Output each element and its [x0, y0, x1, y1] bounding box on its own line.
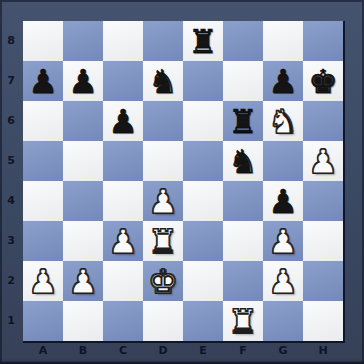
square-g5[interactable] [263, 141, 303, 181]
square-c5[interactable] [103, 141, 143, 181]
square-e4[interactable] [183, 181, 223, 221]
square-g4[interactable]: ♟ [263, 181, 303, 221]
square-f5[interactable]: ♞ [223, 141, 263, 181]
square-c8[interactable] [103, 21, 143, 61]
piece-black-knight[interactable]: ♞ [223, 141, 263, 181]
file-label-g: G [263, 343, 303, 361]
square-a8[interactable] [23, 21, 63, 61]
file-label-h: H [303, 343, 343, 361]
square-b7[interactable]: ♟ [63, 61, 103, 101]
square-e2[interactable] [183, 261, 223, 301]
piece-black-rook[interactable]: ♜ [223, 101, 263, 141]
square-a7[interactable]: ♟ [23, 61, 63, 101]
square-g3[interactable]: ♟ [263, 221, 303, 261]
square-f1[interactable]: ♜ [223, 301, 263, 341]
rank-labels: 87654321 [0, 21, 22, 341]
piece-white-pawn[interactable]: ♟ [103, 221, 143, 261]
square-g1[interactable] [263, 301, 303, 341]
square-b5[interactable] [63, 141, 103, 181]
rank-label-1: 1 [0, 301, 22, 341]
square-g6[interactable]: ♞ [263, 101, 303, 141]
piece-black-pawn[interactable]: ♟ [23, 61, 63, 101]
rank-label-3: 3 [0, 221, 22, 261]
rank-label-2: 2 [0, 261, 22, 301]
square-e5[interactable] [183, 141, 223, 181]
square-d5[interactable] [143, 141, 183, 181]
piece-white-pawn[interactable]: ♟ [63, 261, 103, 301]
square-c2[interactable] [103, 261, 143, 301]
piece-black-pawn[interactable]: ♟ [63, 61, 103, 101]
piece-black-pawn[interactable]: ♟ [263, 61, 303, 101]
file-label-c: C [103, 343, 143, 361]
piece-white-pawn[interactable]: ♟ [263, 221, 303, 261]
square-c4[interactable] [103, 181, 143, 221]
square-b2[interactable]: ♟ [63, 261, 103, 301]
square-e8[interactable]: ♜ [183, 21, 223, 61]
piece-black-pawn[interactable]: ♟ [103, 101, 143, 141]
square-c7[interactable] [103, 61, 143, 101]
square-g7[interactable]: ♟ [263, 61, 303, 101]
square-a4[interactable] [23, 181, 63, 221]
square-d7[interactable]: ♞ [143, 61, 183, 101]
square-d8[interactable] [143, 21, 183, 61]
chess-diagram-frame: 87654321 ♜♟♟♞♟♚♟♜♞♞♟♟♟♟♜♟♟♟♚♟♜ ABCDEFGH [0, 0, 364, 364]
piece-white-pawn[interactable]: ♟ [23, 261, 63, 301]
square-h6[interactable] [303, 101, 343, 141]
square-e3[interactable] [183, 221, 223, 261]
piece-black-king[interactable]: ♚ [303, 61, 343, 101]
square-a2[interactable]: ♟ [23, 261, 63, 301]
piece-white-pawn[interactable]: ♟ [263, 261, 303, 301]
square-d2[interactable]: ♚ [143, 261, 183, 301]
square-h5[interactable]: ♟ [303, 141, 343, 181]
chess-board: ♜♟♟♞♟♚♟♜♞♞♟♟♟♟♜♟♟♟♚♟♜ [23, 21, 345, 343]
square-f7[interactable] [223, 61, 263, 101]
square-h7[interactable]: ♚ [303, 61, 343, 101]
file-label-a: A [23, 343, 63, 361]
square-d6[interactable] [143, 101, 183, 141]
square-b3[interactable] [63, 221, 103, 261]
square-d1[interactable] [143, 301, 183, 341]
square-a3[interactable] [23, 221, 63, 261]
square-h4[interactable] [303, 181, 343, 221]
rank-label-8: 8 [0, 21, 22, 61]
square-f3[interactable] [223, 221, 263, 261]
file-label-b: B [63, 343, 103, 361]
square-g8[interactable] [263, 21, 303, 61]
rank-label-5: 5 [0, 141, 22, 181]
square-b8[interactable] [63, 21, 103, 61]
file-label-f: F [223, 343, 263, 361]
square-h2[interactable] [303, 261, 343, 301]
square-f2[interactable] [223, 261, 263, 301]
square-e6[interactable] [183, 101, 223, 141]
square-b1[interactable] [63, 301, 103, 341]
piece-black-rook[interactable]: ♜ [183, 21, 223, 61]
square-h1[interactable] [303, 301, 343, 341]
piece-white-knight[interactable]: ♞ [263, 101, 303, 141]
square-g2[interactable]: ♟ [263, 261, 303, 301]
square-f4[interactable] [223, 181, 263, 221]
file-label-d: D [143, 343, 183, 361]
piece-black-knight[interactable]: ♞ [143, 61, 183, 101]
square-b4[interactable] [63, 181, 103, 221]
rank-label-7: 7 [0, 61, 22, 101]
rank-label-4: 4 [0, 181, 22, 221]
square-d3[interactable]: ♜ [143, 221, 183, 261]
square-a6[interactable] [23, 101, 63, 141]
rank-label-6: 6 [0, 101, 22, 141]
file-labels: ABCDEFGH [23, 343, 345, 361]
square-e1[interactable] [183, 301, 223, 341]
file-label-e: E [183, 343, 223, 361]
piece-black-pawn[interactable]: ♟ [263, 181, 303, 221]
square-a5[interactable] [23, 141, 63, 181]
square-c6[interactable]: ♟ [103, 101, 143, 141]
square-c1[interactable] [103, 301, 143, 341]
square-f8[interactable] [223, 21, 263, 61]
square-c3[interactable]: ♟ [103, 221, 143, 261]
piece-white-pawn[interactable]: ♟ [303, 141, 343, 181]
square-h8[interactable] [303, 21, 343, 61]
square-b6[interactable] [63, 101, 103, 141]
square-d4[interactable]: ♟ [143, 181, 183, 221]
square-h3[interactable] [303, 221, 343, 261]
piece-white-pawn[interactable]: ♟ [143, 181, 183, 221]
piece-white-king[interactable]: ♚ [143, 261, 183, 301]
square-e7[interactable] [183, 61, 223, 101]
square-a1[interactable] [23, 301, 63, 341]
piece-white-rook[interactable]: ♜ [143, 221, 183, 261]
square-f6[interactable]: ♜ [223, 101, 263, 141]
piece-white-rook[interactable]: ♜ [223, 301, 263, 341]
